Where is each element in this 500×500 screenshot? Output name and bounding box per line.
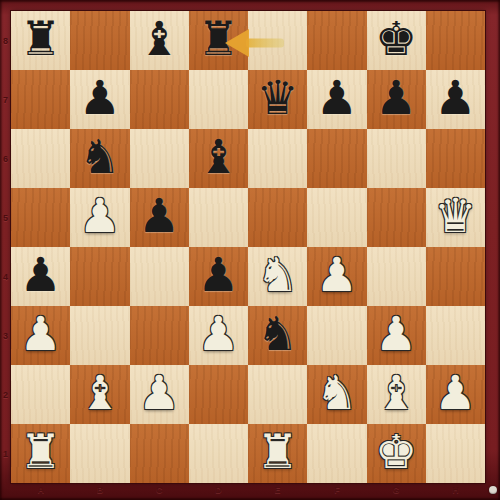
- square-b3[interactable]: [70, 306, 129, 365]
- piece-black-pawn[interactable]: ♟: [375, 74, 417, 121]
- square-e6[interactable]: [248, 129, 307, 188]
- rank-label-4: 4: [0, 247, 11, 306]
- square-d8[interactable]: ♜: [189, 11, 248, 70]
- square-f5[interactable]: [307, 188, 366, 247]
- square-a6[interactable]: [11, 129, 70, 188]
- square-g3[interactable]: ♟: [367, 306, 426, 365]
- square-a3[interactable]: ♟: [11, 306, 70, 365]
- square-d1[interactable]: [189, 424, 248, 483]
- square-e4[interactable]: ♞: [248, 247, 307, 306]
- file-label-a: A: [11, 483, 70, 500]
- piece-white-rook[interactable]: ♜: [20, 428, 62, 475]
- square-e2[interactable]: [248, 365, 307, 424]
- piece-black-bishop[interactable]: ♝: [138, 15, 180, 62]
- square-e8[interactable]: [248, 11, 307, 70]
- square-d7[interactable]: [189, 70, 248, 129]
- piece-black-pawn[interactable]: ♟: [197, 251, 239, 298]
- square-b7[interactable]: ♟: [70, 70, 129, 129]
- square-f6[interactable]: [307, 129, 366, 188]
- white-to-move-indicator: [489, 486, 497, 494]
- square-c8[interactable]: ♝: [130, 11, 189, 70]
- piece-white-pawn[interactable]: ♟: [197, 310, 239, 357]
- rank-label-3: 3: [0, 306, 11, 365]
- piece-white-knight[interactable]: ♞: [316, 369, 358, 416]
- square-a1[interactable]: ♜: [11, 424, 70, 483]
- square-h5[interactable]: ♛: [426, 188, 485, 247]
- piece-black-pawn[interactable]: ♟: [138, 192, 180, 239]
- square-g1[interactable]: ♚: [367, 424, 426, 483]
- piece-black-rook[interactable]: ♜: [197, 15, 239, 62]
- rank-label-6: 6: [0, 129, 11, 188]
- square-e5[interactable]: [248, 188, 307, 247]
- square-a4[interactable]: ♟: [11, 247, 70, 306]
- piece-white-bishop[interactable]: ♝: [79, 369, 121, 416]
- chessboard-frame: ♜♝♜♚♟♛♟♟♟♞♝♟♟♛♟♟♞♟♟♟♞♟♝♟♞♝♟♜♜♚ 87654321 …: [0, 0, 500, 500]
- square-a2[interactable]: [11, 365, 70, 424]
- rank-label-1: 1: [0, 424, 11, 483]
- square-d2[interactable]: [189, 365, 248, 424]
- file-label-d: D: [189, 483, 248, 500]
- square-f1[interactable]: [307, 424, 366, 483]
- piece-black-rook[interactable]: ♜: [20, 15, 62, 62]
- piece-white-knight[interactable]: ♞: [257, 251, 299, 298]
- rank-label-5: 5: [0, 188, 11, 247]
- square-b1[interactable]: [70, 424, 129, 483]
- square-e3[interactable]: ♞: [248, 306, 307, 365]
- square-f3[interactable]: [307, 306, 366, 365]
- square-c7[interactable]: [130, 70, 189, 129]
- rank-label-2: 2: [0, 365, 11, 424]
- square-h8[interactable]: [426, 11, 485, 70]
- piece-white-king[interactable]: ♚: [375, 428, 417, 475]
- piece-white-pawn[interactable]: ♟: [316, 251, 358, 298]
- square-h7[interactable]: ♟: [426, 70, 485, 129]
- square-h6[interactable]: [426, 129, 485, 188]
- square-a5[interactable]: [11, 188, 70, 247]
- piece-white-rook[interactable]: ♜: [257, 428, 299, 475]
- square-c5[interactable]: ♟: [130, 188, 189, 247]
- piece-white-pawn[interactable]: ♟: [79, 192, 121, 239]
- piece-black-pawn[interactable]: ♟: [316, 74, 358, 121]
- square-g6[interactable]: [367, 129, 426, 188]
- square-c4[interactable]: [130, 247, 189, 306]
- square-d6[interactable]: ♝: [189, 129, 248, 188]
- piece-black-knight[interactable]: ♞: [257, 310, 299, 357]
- square-a7[interactable]: [11, 70, 70, 129]
- square-h4[interactable]: [426, 247, 485, 306]
- piece-white-pawn[interactable]: ♟: [434, 369, 476, 416]
- file-labels: ABCDEFGH: [11, 483, 485, 500]
- square-b4[interactable]: [70, 247, 129, 306]
- board: ♜♝♜♚♟♛♟♟♟♞♝♟♟♛♟♟♞♟♟♟♞♟♝♟♞♝♟♜♜♚: [11, 11, 485, 483]
- piece-white-pawn[interactable]: ♟: [138, 369, 180, 416]
- square-b2[interactable]: ♝: [70, 365, 129, 424]
- square-e1[interactable]: ♜: [248, 424, 307, 483]
- piece-white-pawn[interactable]: ♟: [20, 310, 62, 357]
- square-g2[interactable]: ♝: [367, 365, 426, 424]
- square-f4[interactable]: ♟: [307, 247, 366, 306]
- rank-labels: 87654321: [0, 11, 11, 483]
- square-a8[interactable]: ♜: [11, 11, 70, 70]
- piece-black-bishop[interactable]: ♝: [197, 133, 239, 180]
- square-c6[interactable]: [130, 129, 189, 188]
- piece-black-pawn[interactable]: ♟: [79, 74, 121, 121]
- square-d4[interactable]: ♟: [189, 247, 248, 306]
- rank-label-7: 7: [0, 70, 11, 129]
- square-c1[interactable]: [130, 424, 189, 483]
- square-c2[interactable]: ♟: [130, 365, 189, 424]
- square-f2[interactable]: ♞: [307, 365, 366, 424]
- square-d5[interactable]: [189, 188, 248, 247]
- square-g8[interactable]: ♚: [367, 11, 426, 70]
- file-label-c: C: [130, 483, 189, 500]
- square-g4[interactable]: [367, 247, 426, 306]
- square-f7[interactable]: ♟: [307, 70, 366, 129]
- file-label-g: G: [367, 483, 426, 500]
- piece-black-king[interactable]: ♚: [375, 15, 417, 62]
- square-h2[interactable]: ♟: [426, 365, 485, 424]
- piece-white-queen[interactable]: ♛: [434, 192, 476, 239]
- square-b8[interactable]: [70, 11, 129, 70]
- square-f8[interactable]: [307, 11, 366, 70]
- file-label-e: E: [248, 483, 307, 500]
- square-h3[interactable]: [426, 306, 485, 365]
- piece-white-bishop[interactable]: ♝: [375, 369, 417, 416]
- square-b6[interactable]: ♞: [70, 129, 129, 188]
- piece-black-pawn[interactable]: ♟: [434, 74, 476, 121]
- file-label-b: B: [70, 483, 129, 500]
- file-label-h: H: [426, 483, 485, 500]
- file-label-f: F: [307, 483, 366, 500]
- square-g7[interactable]: ♟: [367, 70, 426, 129]
- piece-black-knight[interactable]: ♞: [79, 133, 121, 180]
- rank-label-8: 8: [0, 11, 11, 70]
- piece-black-pawn[interactable]: ♟: [20, 251, 62, 298]
- square-d3[interactable]: ♟: [189, 306, 248, 365]
- square-b5[interactable]: ♟: [70, 188, 129, 247]
- square-g5[interactable]: [367, 188, 426, 247]
- square-c3[interactable]: [130, 306, 189, 365]
- square-h1[interactable]: [426, 424, 485, 483]
- piece-black-queen[interactable]: ♛: [257, 74, 299, 121]
- square-e7[interactable]: ♛: [248, 70, 307, 129]
- piece-white-pawn[interactable]: ♟: [375, 310, 417, 357]
